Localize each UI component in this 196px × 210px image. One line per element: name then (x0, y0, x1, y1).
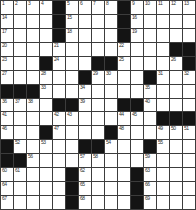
cell-number: 1 (2, 1, 4, 6)
white-cell[interactable] (27, 29, 39, 42)
white-cell[interactable] (105, 112, 117, 125)
cell-number: 47 (54, 126, 59, 131)
white-cell[interactable] (170, 99, 182, 112)
white-cell[interactable]: 59 (144, 154, 156, 167)
white-cell[interactable]: 40 (144, 99, 156, 112)
cell-number: 20 (2, 43, 7, 48)
white-cell[interactable] (183, 168, 195, 181)
black-cell (170, 43, 182, 56)
white-cell[interactable]: 32 (183, 71, 195, 84)
cell-number: 27 (2, 71, 7, 76)
cell-number: 58 (93, 154, 98, 159)
cell-number: 8 (106, 1, 108, 6)
cell-number: 45 (132, 112, 137, 117)
white-cell[interactable]: 9 (131, 1, 143, 14)
cell-number: 11 (158, 1, 162, 6)
white-cell[interactable] (118, 168, 130, 181)
white-cell[interactable] (27, 15, 39, 28)
black-cell (53, 99, 65, 112)
white-cell[interactable]: 45 (131, 112, 143, 125)
white-cell[interactable] (66, 85, 78, 98)
white-cell[interactable] (170, 168, 182, 181)
cell-number: 38 (28, 99, 33, 104)
white-cell[interactable] (92, 43, 104, 56)
white-cell[interactable] (66, 57, 78, 70)
white-cell[interactable]: 7 (92, 1, 104, 14)
cell-number: 29 (93, 71, 98, 76)
white-cell[interactable] (27, 57, 39, 70)
white-cell[interactable] (40, 15, 52, 28)
black-cell (183, 43, 195, 56)
white-cell[interactable] (105, 182, 117, 195)
white-cell[interactable] (170, 140, 182, 153)
white-cell[interactable] (118, 140, 130, 153)
white-cell[interactable] (157, 15, 169, 28)
white-cell[interactable]: 43 (66, 112, 78, 125)
white-cell[interactable]: 6 (79, 1, 91, 14)
black-cell (131, 196, 143, 209)
cell-number: 56 (28, 154, 33, 159)
white-cell[interactable]: 39 (79, 99, 91, 112)
white-cell[interactable]: 62 (79, 168, 91, 181)
white-cell[interactable] (27, 71, 39, 84)
white-cell[interactable] (118, 85, 130, 98)
black-cell (66, 196, 78, 209)
white-cell[interactable]: 68 (79, 196, 91, 209)
white-cell[interactable] (40, 182, 52, 195)
black-cell (27, 85, 39, 98)
cell-number: 59 (145, 154, 150, 159)
cell-number: 15 (67, 15, 72, 20)
white-cell[interactable] (92, 196, 104, 209)
white-cell[interactable] (131, 43, 143, 56)
cell-number: 65 (80, 182, 85, 187)
black-cell (14, 154, 26, 167)
cell-number: 68 (80, 196, 85, 201)
cell-number: 31 (158, 71, 163, 76)
cell-number: 39 (80, 99, 85, 104)
white-cell[interactable] (40, 29, 52, 42)
black-cell (40, 57, 52, 70)
white-cell[interactable] (170, 29, 182, 42)
white-cell[interactable] (131, 126, 143, 139)
white-cell[interactable]: 48 (118, 126, 130, 139)
black-cell (1, 85, 13, 98)
black-cell (131, 99, 143, 112)
white-cell[interactable] (105, 85, 117, 98)
cell-number: 34 (80, 85, 85, 90)
white-cell[interactable] (157, 43, 169, 56)
cell-number: 14 (2, 15, 7, 20)
white-cell[interactable]: 17 (1, 29, 13, 42)
cell-number: 62 (80, 168, 85, 173)
white-cell[interactable] (157, 85, 169, 98)
white-cell[interactable] (40, 154, 52, 167)
black-cell (118, 29, 130, 42)
cell-number: 13 (184, 1, 189, 6)
cell-number: 63 (145, 168, 150, 173)
cell-number: 42 (54, 112, 59, 117)
white-cell[interactable] (183, 196, 195, 209)
white-cell[interactable] (14, 126, 26, 139)
white-cell[interactable]: 26 (170, 57, 182, 70)
white-cell[interactable] (66, 140, 78, 153)
black-cell (131, 182, 143, 195)
white-cell[interactable] (92, 15, 104, 28)
white-cell[interactable] (92, 168, 104, 181)
white-cell[interactable] (131, 140, 143, 153)
white-cell[interactable] (27, 196, 39, 209)
white-cell[interactable] (79, 29, 91, 42)
white-cell[interactable] (53, 196, 65, 209)
white-cell[interactable] (53, 168, 65, 181)
white-cell[interactable] (92, 85, 104, 98)
white-cell[interactable] (105, 168, 117, 181)
white-cell[interactable] (79, 57, 91, 70)
white-cell[interactable]: 2 (14, 1, 26, 14)
black-cell (14, 85, 26, 98)
white-cell[interactable] (14, 29, 26, 42)
cell-number: 60 (2, 168, 7, 173)
white-cell[interactable]: 58 (92, 154, 104, 167)
white-cell[interactable] (66, 43, 78, 56)
cell-number: 53 (41, 140, 46, 145)
white-cell[interactable] (183, 85, 195, 98)
cell-number: 17 (2, 29, 7, 34)
white-cell[interactable]: 29 (92, 71, 104, 84)
cell-number: 41 (2, 112, 7, 117)
cell-number: 3 (28, 1, 30, 6)
cell-number: 33 (41, 85, 46, 90)
white-cell[interactable] (183, 140, 195, 153)
cell-number: 18 (67, 29, 72, 34)
cell-number: 5 (67, 1, 69, 6)
cell-number: 55 (158, 140, 163, 145)
cell-number: 49 (158, 126, 163, 131)
white-cell[interactable] (131, 85, 143, 98)
white-cell[interactable] (157, 196, 169, 209)
black-cell (66, 99, 78, 112)
black-cell (53, 15, 65, 28)
white-cell[interactable] (27, 112, 39, 125)
white-cell[interactable] (105, 29, 117, 42)
white-cell[interactable]: 41 (1, 112, 13, 125)
white-cell[interactable] (131, 57, 143, 70)
white-cell[interactable] (14, 15, 26, 28)
white-cell[interactable]: 18 (66, 29, 78, 42)
white-cell[interactable]: 24 (53, 57, 65, 70)
black-cell (105, 57, 117, 70)
white-cell[interactable] (53, 71, 65, 84)
white-cell[interactable]: 1 (1, 1, 13, 14)
white-cell[interactable] (92, 126, 104, 139)
cell-number: 64 (2, 182, 7, 187)
white-cell[interactable]: 16 (131, 15, 143, 28)
black-cell (79, 71, 91, 84)
white-cell[interactable] (105, 99, 117, 112)
white-cell[interactable]: 37 (14, 99, 26, 112)
white-cell[interactable]: 21 (53, 43, 65, 56)
white-cell[interactable]: 4 (40, 1, 52, 14)
black-cell (66, 168, 78, 181)
white-cell[interactable]: 8 (105, 1, 117, 14)
cell-number: 43 (67, 112, 72, 117)
cell-number: 22 (119, 43, 124, 48)
black-cell (170, 112, 182, 125)
white-cell[interactable]: 56 (27, 154, 39, 167)
cell-number: 19 (132, 29, 137, 34)
cell-number: 2 (15, 1, 17, 6)
white-cell[interactable]: 5 (66, 1, 78, 14)
white-cell[interactable]: 38 (27, 99, 39, 112)
white-cell[interactable] (92, 29, 104, 42)
white-cell[interactable] (157, 99, 169, 112)
black-cell (92, 57, 104, 70)
white-cell[interactable] (170, 154, 182, 167)
white-cell[interactable]: 14 (1, 15, 13, 28)
cell-number: 69 (145, 196, 150, 201)
white-cell[interactable] (66, 154, 78, 167)
white-cell[interactable] (118, 196, 130, 209)
black-cell (53, 29, 65, 42)
white-cell[interactable] (40, 112, 52, 125)
white-cell[interactable] (131, 71, 143, 84)
cell-number: 54 (106, 140, 111, 145)
white-cell[interactable]: 67 (1, 196, 13, 209)
white-cell[interactable]: 25 (118, 57, 130, 70)
white-cell[interactable] (27, 126, 39, 139)
white-cell[interactable]: 36 (1, 99, 13, 112)
white-cell[interactable] (170, 15, 182, 28)
white-cell[interactable] (53, 140, 65, 153)
white-cell[interactable] (157, 168, 169, 181)
white-cell[interactable] (27, 43, 39, 56)
cell-number: 10 (145, 1, 150, 6)
cell-number: 4 (41, 1, 43, 6)
white-cell[interactable] (183, 154, 195, 167)
cell-number: 36 (2, 99, 7, 104)
white-cell[interactable] (118, 154, 130, 167)
white-cell[interactable]: 63 (144, 168, 156, 181)
white-cell[interactable]: 57 (79, 154, 91, 167)
white-cell[interactable] (14, 182, 26, 195)
white-cell[interactable]: 20 (1, 43, 13, 56)
white-cell[interactable] (40, 196, 52, 209)
white-cell[interactable] (157, 57, 169, 70)
white-cell[interactable] (40, 99, 52, 112)
white-cell[interactable]: 64 (1, 182, 13, 195)
cell-number: 57 (80, 154, 85, 159)
white-cell[interactable]: 55 (157, 140, 169, 153)
black-cell (79, 140, 91, 153)
cell-number: 35 (145, 85, 150, 90)
white-cell[interactable] (27, 140, 39, 153)
white-cell[interactable]: 22 (118, 43, 130, 56)
cell-number: 46 (2, 126, 7, 131)
white-cell[interactable]: 49 (157, 126, 169, 139)
white-cell[interactable]: 11 (157, 1, 169, 14)
white-cell[interactable] (157, 182, 169, 195)
white-cell[interactable]: 54 (105, 140, 117, 153)
white-cell[interactable]: 30 (105, 71, 117, 84)
white-cell[interactable] (144, 112, 156, 125)
white-cell[interactable] (27, 168, 39, 181)
white-cell[interactable] (144, 57, 156, 70)
white-cell[interactable] (79, 15, 91, 28)
white-cell[interactable] (105, 154, 117, 167)
cell-number: 12 (171, 1, 176, 6)
white-cell[interactable] (40, 168, 52, 181)
white-cell[interactable] (157, 154, 169, 167)
cell-number: 50 (171, 126, 176, 131)
white-cell[interactable] (144, 29, 156, 42)
black-cell (92, 140, 104, 153)
white-cell[interactable] (105, 196, 117, 209)
white-cell[interactable] (92, 99, 104, 112)
white-cell[interactable]: 28 (40, 71, 52, 84)
white-cell[interactable] (118, 182, 130, 195)
white-cell[interactable]: 15 (66, 15, 78, 28)
black-cell (1, 154, 13, 167)
white-cell[interactable] (183, 182, 195, 195)
white-cell[interactable] (92, 112, 104, 125)
black-cell (118, 1, 130, 14)
white-cell[interactable]: 65 (79, 182, 91, 195)
white-cell[interactable]: 35 (144, 85, 156, 98)
cell-number: 61 (15, 168, 20, 173)
cell-number: 28 (41, 71, 46, 76)
white-cell[interactable] (105, 15, 117, 28)
white-cell[interactable] (40, 43, 52, 56)
cell-number: 67 (2, 196, 7, 201)
white-cell[interactable]: 13 (183, 1, 195, 14)
white-cell[interactable]: 46 (1, 126, 13, 139)
white-cell[interactable]: 3 (27, 1, 39, 14)
cell-number: 23 (2, 57, 7, 62)
white-cell[interactable] (53, 85, 65, 98)
white-cell[interactable]: 27 (1, 71, 13, 84)
white-cell[interactable] (170, 85, 182, 98)
cell-number: 24 (54, 57, 59, 62)
black-cell (53, 1, 65, 14)
cell-number: 48 (119, 126, 124, 131)
white-cell[interactable]: 12 (170, 1, 182, 14)
white-cell[interactable]: 44 (118, 112, 130, 125)
black-cell (40, 126, 52, 139)
black-cell (144, 71, 156, 84)
white-cell[interactable] (14, 196, 26, 209)
white-cell[interactable]: 19 (131, 29, 143, 42)
cell-number: 9 (132, 1, 134, 6)
white-cell[interactable] (170, 196, 182, 209)
black-cell (144, 140, 156, 153)
white-cell[interactable] (144, 43, 156, 56)
white-cell[interactable] (53, 154, 65, 167)
cell-number: 44 (119, 112, 124, 117)
white-cell[interactable]: 60 (1, 168, 13, 181)
white-cell[interactable]: 33 (40, 85, 52, 98)
white-cell[interactable] (131, 154, 143, 167)
white-cell[interactable] (27, 182, 39, 195)
white-cell[interactable] (66, 126, 78, 139)
cell-number: 16 (132, 15, 137, 20)
black-cell (118, 99, 130, 112)
white-cell[interactable] (170, 71, 182, 84)
white-cell[interactable]: 47 (53, 126, 65, 139)
white-cell[interactable]: 10 (144, 1, 156, 14)
cell-number: 21 (54, 43, 59, 48)
cell-number: 37 (15, 99, 20, 104)
white-cell[interactable] (170, 182, 182, 195)
white-cell[interactable]: 66 (144, 182, 156, 195)
white-cell[interactable] (183, 15, 195, 28)
cell-number: 26 (171, 57, 176, 62)
cell-number: 40 (145, 99, 150, 104)
white-cell[interactable] (118, 71, 130, 84)
white-cell[interactable]: 52 (14, 140, 26, 153)
cell-number: 52 (15, 140, 20, 145)
crossword-grid: 1234567891011121314151617181920212223242… (0, 0, 196, 210)
white-cell[interactable]: 23 (1, 57, 13, 70)
white-cell[interactable] (144, 126, 156, 139)
white-cell[interactable] (14, 71, 26, 84)
white-cell[interactable] (79, 112, 91, 125)
cell-number: 51 (184, 126, 189, 131)
white-cell[interactable]: 69 (144, 196, 156, 209)
black-cell (105, 126, 117, 139)
white-cell[interactable] (183, 99, 195, 112)
white-cell[interactable]: 51 (183, 126, 195, 139)
white-cell[interactable]: 31 (157, 71, 169, 84)
cell-number: 66 (145, 182, 150, 187)
cell-number: 30 (106, 71, 111, 76)
white-cell[interactable]: 50 (170, 126, 182, 139)
cell-number: 6 (80, 1, 82, 6)
cell-number: 32 (184, 71, 189, 76)
white-cell[interactable] (14, 57, 26, 70)
black-cell (118, 15, 130, 28)
white-cell[interactable] (157, 29, 169, 42)
black-cell (183, 112, 195, 125)
black-cell (183, 57, 195, 70)
black-cell (66, 182, 78, 195)
white-cell[interactable] (14, 43, 26, 56)
white-cell[interactable] (92, 182, 104, 195)
white-cell[interactable] (53, 182, 65, 195)
white-cell[interactable]: 61 (14, 168, 26, 181)
white-cell[interactable] (144, 15, 156, 28)
white-cell[interactable] (14, 112, 26, 125)
cell-number: 25 (119, 57, 124, 62)
white-cell[interactable]: 53 (40, 140, 52, 153)
white-cell[interactable]: 34 (79, 85, 91, 98)
white-cell[interactable] (66, 71, 78, 84)
black-cell (157, 112, 169, 125)
white-cell[interactable] (183, 29, 195, 42)
black-cell (131, 168, 143, 181)
white-cell[interactable] (79, 126, 91, 139)
white-cell[interactable]: 42 (53, 112, 65, 125)
white-cell[interactable] (105, 43, 117, 56)
cell-number: 7 (93, 1, 95, 6)
white-cell[interactable] (79, 43, 91, 56)
black-cell (1, 140, 13, 153)
